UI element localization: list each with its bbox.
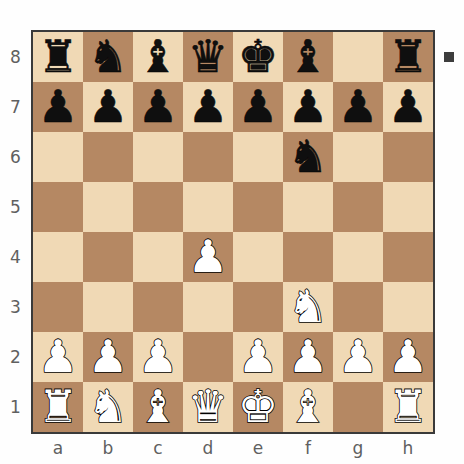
square-b6[interactable] bbox=[83, 132, 133, 182]
piece-black-knight[interactable]: ♞ bbox=[88, 34, 128, 79]
square-h5[interactable] bbox=[383, 182, 433, 232]
square-b7[interactable]: ♟ bbox=[83, 82, 133, 132]
piece-black-pawn[interactable]: ♟ bbox=[38, 84, 78, 129]
piece-white-rook[interactable]: ♜ bbox=[38, 384, 78, 429]
piece-black-pawn[interactable]: ♟ bbox=[138, 84, 178, 129]
piece-white-pawn[interactable]: ♟ bbox=[188, 234, 228, 279]
square-a3[interactable] bbox=[33, 282, 83, 332]
square-d8[interactable]: ♛ bbox=[183, 32, 233, 82]
square-d3[interactable] bbox=[183, 282, 233, 332]
square-b4[interactable] bbox=[83, 232, 133, 282]
square-d2[interactable] bbox=[183, 332, 233, 382]
piece-black-rook[interactable]: ♜ bbox=[388, 34, 428, 79]
square-e4[interactable] bbox=[233, 232, 283, 282]
square-c3[interactable] bbox=[133, 282, 183, 332]
piece-black-queen[interactable]: ♛ bbox=[188, 34, 228, 79]
square-b2[interactable]: ♟ bbox=[83, 332, 133, 382]
square-f3[interactable]: ♞ bbox=[283, 282, 333, 332]
square-d1[interactable]: ♛ bbox=[183, 382, 233, 432]
file-label-b: b bbox=[83, 434, 133, 462]
square-a4[interactable] bbox=[33, 232, 83, 282]
square-b1[interactable]: ♞ bbox=[83, 382, 133, 432]
square-f6[interactable]: ♞ bbox=[283, 132, 333, 182]
square-f4[interactable] bbox=[283, 232, 333, 282]
file-label-g: g bbox=[333, 434, 383, 462]
piece-white-bishop[interactable]: ♝ bbox=[138, 384, 178, 429]
piece-black-king[interactable]: ♚ bbox=[238, 34, 278, 79]
square-b3[interactable] bbox=[83, 282, 133, 332]
square-g7[interactable]: ♟ bbox=[333, 82, 383, 132]
piece-black-pawn[interactable]: ♟ bbox=[238, 84, 278, 129]
piece-white-knight[interactable]: ♞ bbox=[88, 384, 128, 429]
square-a2[interactable]: ♟ bbox=[33, 332, 83, 382]
file-label-d: d bbox=[183, 434, 233, 462]
square-g1[interactable] bbox=[333, 382, 383, 432]
square-c6[interactable] bbox=[133, 132, 183, 182]
square-e3[interactable] bbox=[233, 282, 283, 332]
black-to-move-indicator bbox=[444, 52, 454, 62]
square-f8[interactable]: ♝ bbox=[283, 32, 333, 82]
piece-black-pawn[interactable]: ♟ bbox=[288, 84, 328, 129]
rank-label-1: 1 bbox=[0, 382, 31, 432]
piece-black-bishop[interactable]: ♝ bbox=[288, 34, 328, 79]
piece-white-pawn[interactable]: ♟ bbox=[388, 334, 428, 379]
piece-white-pawn[interactable]: ♟ bbox=[338, 334, 378, 379]
square-h7[interactable]: ♟ bbox=[383, 82, 433, 132]
file-label-e: e bbox=[233, 434, 283, 462]
square-b8[interactable]: ♞ bbox=[83, 32, 133, 82]
piece-white-pawn[interactable]: ♟ bbox=[288, 334, 328, 379]
piece-white-pawn[interactable]: ♟ bbox=[38, 334, 78, 379]
square-a1[interactable]: ♜ bbox=[33, 382, 83, 432]
square-c4[interactable] bbox=[133, 232, 183, 282]
square-a5[interactable] bbox=[33, 182, 83, 232]
piece-black-bishop[interactable]: ♝ bbox=[138, 34, 178, 79]
file-label-c: c bbox=[133, 434, 183, 462]
square-g8[interactable] bbox=[333, 32, 383, 82]
square-h6[interactable] bbox=[383, 132, 433, 182]
square-c1[interactable]: ♝ bbox=[133, 382, 183, 432]
piece-white-pawn[interactable]: ♟ bbox=[138, 334, 178, 379]
square-c5[interactable] bbox=[133, 182, 183, 232]
piece-black-knight[interactable]: ♞ bbox=[288, 134, 328, 179]
square-h4[interactable] bbox=[383, 232, 433, 282]
piece-black-pawn[interactable]: ♟ bbox=[188, 84, 228, 129]
square-f2[interactable]: ♟ bbox=[283, 332, 333, 382]
piece-white-bishop[interactable]: ♝ bbox=[288, 384, 328, 429]
file-label-f: f bbox=[283, 434, 333, 462]
square-h1[interactable]: ♜ bbox=[383, 382, 433, 432]
square-c7[interactable]: ♟ bbox=[133, 82, 183, 132]
piece-white-rook[interactable]: ♜ bbox=[388, 384, 428, 429]
square-b5[interactable] bbox=[83, 182, 133, 232]
rank-label-6: 6 bbox=[0, 132, 31, 182]
file-label-h: h bbox=[383, 434, 433, 462]
square-e7[interactable]: ♟ bbox=[233, 82, 283, 132]
piece-black-pawn[interactable]: ♟ bbox=[88, 84, 128, 129]
square-d5[interactable] bbox=[183, 182, 233, 232]
square-c8[interactable]: ♝ bbox=[133, 32, 183, 82]
piece-white-knight[interactable]: ♞ bbox=[288, 284, 328, 329]
square-d4[interactable]: ♟ bbox=[183, 232, 233, 282]
piece-black-pawn[interactable]: ♟ bbox=[388, 84, 428, 129]
piece-white-pawn[interactable]: ♟ bbox=[88, 334, 128, 379]
square-f5[interactable] bbox=[283, 182, 333, 232]
square-e6[interactable] bbox=[233, 132, 283, 182]
chess-board[interactable]: ♜♞♝♛♚♝♜♟♟♟♟♟♟♟♟♞♟♞♟♟♟♟♟♟♟♜♞♝♛♚♝♜ bbox=[31, 30, 435, 434]
square-e2[interactable]: ♟ bbox=[233, 332, 283, 382]
square-e8[interactable]: ♚ bbox=[233, 32, 283, 82]
piece-white-pawn[interactable]: ♟ bbox=[238, 334, 278, 379]
square-e1[interactable]: ♚ bbox=[233, 382, 283, 432]
square-f7[interactable]: ♟ bbox=[283, 82, 333, 132]
rank-label-3: 3 bbox=[0, 282, 31, 332]
square-e5[interactable] bbox=[233, 182, 283, 232]
square-g3[interactable] bbox=[333, 282, 383, 332]
square-h8[interactable]: ♜ bbox=[383, 32, 433, 82]
file-label-a: a bbox=[33, 434, 83, 462]
piece-black-rook[interactable]: ♜ bbox=[38, 34, 78, 79]
rank-label-4: 4 bbox=[0, 232, 31, 282]
piece-white-queen[interactable]: ♛ bbox=[188, 384, 228, 429]
rank-labels: 87654321 bbox=[0, 32, 31, 432]
square-g2[interactable]: ♟ bbox=[333, 332, 383, 382]
square-a8[interactable]: ♜ bbox=[33, 32, 83, 82]
rank-label-7: 7 bbox=[0, 82, 31, 132]
chess-app: 87654321 ♜♞♝♛♚♝♜♟♟♟♟♟♟♟♟♞♟♞♟♟♟♟♟♟♟♜♞♝♛♚♝… bbox=[0, 0, 464, 464]
square-g6[interactable] bbox=[333, 132, 383, 182]
rank-label-2: 2 bbox=[0, 332, 31, 382]
square-a6[interactable] bbox=[33, 132, 83, 182]
square-h2[interactable]: ♟ bbox=[383, 332, 433, 382]
square-h3[interactable] bbox=[383, 282, 433, 332]
piece-black-pawn[interactable]: ♟ bbox=[338, 84, 378, 129]
square-g5[interactable] bbox=[333, 182, 383, 232]
square-c2[interactable]: ♟ bbox=[133, 332, 183, 382]
square-d7[interactable]: ♟ bbox=[183, 82, 233, 132]
piece-white-king[interactable]: ♚ bbox=[238, 384, 278, 429]
square-a7[interactable]: ♟ bbox=[33, 82, 83, 132]
rank-label-8: 8 bbox=[0, 32, 31, 82]
square-g4[interactable] bbox=[333, 232, 383, 282]
file-labels: abcdefgh bbox=[33, 434, 433, 462]
rank-label-5: 5 bbox=[0, 182, 31, 232]
square-d6[interactable] bbox=[183, 132, 233, 182]
square-f1[interactable]: ♝ bbox=[283, 382, 333, 432]
